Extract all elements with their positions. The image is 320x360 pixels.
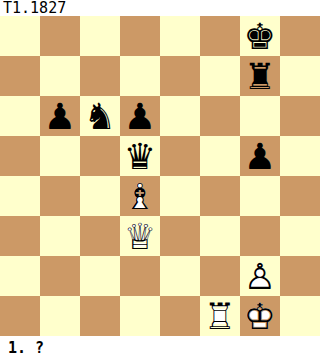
square-b4[interactable] [40, 176, 80, 216]
square-d3[interactable]: ♛♕ [120, 216, 160, 256]
puzzle-id: T1.1827 [0, 0, 320, 16]
square-e6[interactable] [160, 96, 200, 136]
square-g6[interactable] [240, 96, 280, 136]
square-h6[interactable] [280, 96, 320, 136]
square-b1[interactable] [40, 296, 80, 336]
square-h2[interactable] [280, 256, 320, 296]
square-b2[interactable] [40, 256, 80, 296]
square-c8[interactable] [80, 16, 120, 56]
square-e7[interactable] [160, 56, 200, 96]
square-a3[interactable] [0, 216, 40, 256]
square-c3[interactable] [80, 216, 120, 256]
square-c2[interactable] [80, 256, 120, 296]
square-d7[interactable] [120, 56, 160, 96]
square-a7[interactable] [0, 56, 40, 96]
square-e5[interactable] [160, 136, 200, 176]
square-h1[interactable] [280, 296, 320, 336]
piece-black-knight[interactable]: ♞ [80, 96, 120, 136]
square-e8[interactable] [160, 16, 200, 56]
piece-black-queen[interactable]: ♛ [120, 136, 160, 176]
square-b7[interactable] [40, 56, 80, 96]
square-h3[interactable] [280, 216, 320, 256]
square-a4[interactable] [0, 176, 40, 216]
piece-black-pawn[interactable]: ♟ [120, 96, 160, 136]
square-c5[interactable] [80, 136, 120, 176]
square-a6[interactable] [0, 96, 40, 136]
square-e3[interactable] [160, 216, 200, 256]
square-d8[interactable] [120, 16, 160, 56]
piece-black-pawn[interactable]: ♟ [240, 136, 280, 176]
square-c1[interactable] [80, 296, 120, 336]
square-h5[interactable] [280, 136, 320, 176]
square-f1[interactable]: ♜♖ [200, 296, 240, 336]
square-g1[interactable]: ♚♔ [240, 296, 280, 336]
piece-white-bishop[interactable]: ♝♗ [120, 176, 160, 216]
square-e4[interactable] [160, 176, 200, 216]
chess-app-window: T1.1827 ♚♜♟♞♟♛♟♝♗♛♕♟♙♜♖♚♔ 1. ? [0, 0, 320, 360]
square-b6[interactable]: ♟ [40, 96, 80, 136]
square-e2[interactable] [160, 256, 200, 296]
square-b5[interactable] [40, 136, 80, 176]
white-pawn-outline: ♙ [240, 256, 280, 296]
square-g4[interactable] [240, 176, 280, 216]
square-f4[interactable] [200, 176, 240, 216]
square-f7[interactable] [200, 56, 240, 96]
square-d1[interactable] [120, 296, 160, 336]
piece-white-pawn[interactable]: ♟♙ [240, 256, 280, 296]
square-c7[interactable] [80, 56, 120, 96]
white-queen-outline: ♕ [120, 216, 160, 256]
piece-black-rook[interactable]: ♜ [240, 56, 280, 96]
move-prompt: 1. ? [0, 336, 320, 360]
piece-black-king[interactable]: ♚ [240, 16, 280, 56]
square-g3[interactable] [240, 216, 280, 256]
square-h7[interactable] [280, 56, 320, 96]
square-a8[interactable] [0, 16, 40, 56]
square-a2[interactable] [0, 256, 40, 296]
square-f3[interactable] [200, 216, 240, 256]
square-h4[interactable] [280, 176, 320, 216]
chess-board: ♚♜♟♞♟♛♟♝♗♛♕♟♙♜♖♚♔ [0, 16, 320, 336]
white-rook-outline: ♖ [200, 296, 240, 336]
square-c4[interactable] [80, 176, 120, 216]
square-e1[interactable] [160, 296, 200, 336]
square-f5[interactable] [200, 136, 240, 176]
white-bishop-outline: ♗ [120, 176, 160, 216]
square-g7[interactable]: ♜ [240, 56, 280, 96]
square-f2[interactable] [200, 256, 240, 296]
square-g8[interactable]: ♚ [240, 16, 280, 56]
square-b3[interactable] [40, 216, 80, 256]
square-f6[interactable] [200, 96, 240, 136]
square-c6[interactable]: ♞ [80, 96, 120, 136]
piece-white-rook[interactable]: ♜♖ [200, 296, 240, 336]
square-d2[interactable] [120, 256, 160, 296]
white-king-outline: ♔ [240, 296, 280, 336]
piece-white-queen[interactable]: ♛♕ [120, 216, 160, 256]
square-a1[interactable] [0, 296, 40, 336]
square-d4[interactable]: ♝♗ [120, 176, 160, 216]
square-a5[interactable] [0, 136, 40, 176]
square-f8[interactable] [200, 16, 240, 56]
piece-black-pawn[interactable]: ♟ [40, 96, 80, 136]
square-b8[interactable] [40, 16, 80, 56]
piece-white-king[interactable]: ♚♔ [240, 296, 280, 336]
square-d6[interactable]: ♟ [120, 96, 160, 136]
square-d5[interactable]: ♛ [120, 136, 160, 176]
square-g5[interactable]: ♟ [240, 136, 280, 176]
square-h8[interactable] [280, 16, 320, 56]
square-g2[interactable]: ♟♙ [240, 256, 280, 296]
